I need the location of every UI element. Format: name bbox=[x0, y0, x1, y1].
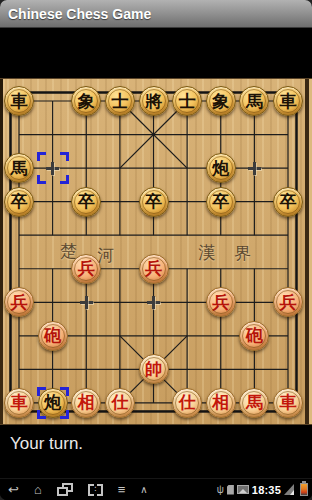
gallery-icon bbox=[237, 485, 249, 494]
point-marker-e6 bbox=[146, 295, 161, 310]
piece-black-soldier-e3[interactable]: 卒 bbox=[139, 187, 169, 217]
piece-red-elephant-g9[interactable]: 相 bbox=[206, 388, 236, 418]
piece-red-chariot-a9[interactable]: 車 bbox=[4, 388, 34, 418]
status-icons: ψ 18:35 bbox=[217, 483, 308, 496]
xiangqi-board[interactable]: 楚 河 漢 界 車象士將士象馬車馬炮卒卒卒卒卒兵兵兵兵兵砲砲帥車炮相仕仕相馬車 bbox=[0, 78, 312, 425]
piece-red-soldier-c5[interactable]: 兵 bbox=[71, 254, 101, 284]
game-status-bar: Your turn. bbox=[0, 426, 312, 478]
point-marker-c6 bbox=[79, 295, 94, 310]
turn-message: Your turn. bbox=[0, 426, 312, 454]
piece-black-elephant-g0[interactable]: 象 bbox=[206, 86, 236, 116]
piece-red-advisor-d9[interactable]: 仕 bbox=[105, 388, 135, 418]
board-right-edge-highlight bbox=[309, 79, 312, 424]
app-title-bar: Chinese Chess Game bbox=[0, 0, 312, 28]
piece-red-elephant-c9[interactable]: 相 bbox=[71, 388, 101, 418]
piece-black-advisor-d0[interactable]: 士 bbox=[105, 86, 135, 116]
piece-black-general-e0[interactable]: 將 bbox=[139, 86, 169, 116]
collapse-icon[interactable]: ∧ bbox=[140, 485, 147, 495]
signal-icon bbox=[284, 484, 296, 495]
recent-apps-icon[interactable] bbox=[57, 483, 73, 496]
phone-screen: Chinese Chess Game 楚 河 漢 界 車象士將士象馬車馬炮卒卒卒… bbox=[0, 0, 312, 500]
piece-black-horse-a2[interactable]: 馬 bbox=[4, 153, 34, 183]
home-icon[interactable]: ⌂ bbox=[34, 483, 42, 496]
storage-icon bbox=[227, 485, 234, 495]
board-left-edge-highlight bbox=[3, 79, 5, 424]
back-icon[interactable]: ↩ bbox=[8, 483, 19, 496]
river-text-han: 漢 bbox=[198, 241, 215, 264]
piece-black-advisor-f0[interactable]: 士 bbox=[172, 86, 202, 116]
piece-black-chariot-a0[interactable]: 車 bbox=[4, 86, 34, 116]
piece-red-soldier-e5[interactable]: 兵 bbox=[139, 254, 169, 284]
piece-black-chariot-i0[interactable]: 車 bbox=[273, 86, 303, 116]
piece-black-cannon-g2[interactable]: 炮 bbox=[206, 153, 236, 183]
last-move-marker-b9 bbox=[37, 387, 69, 419]
piece-black-soldier-c3[interactable]: 卒 bbox=[71, 187, 101, 217]
screenshot-icon[interactable]: ∶ bbox=[88, 484, 103, 496]
app-title: Chinese Chess Game bbox=[0, 6, 151, 22]
usb-icon: ψ bbox=[217, 485, 224, 495]
piece-red-soldier-g6[interactable]: 兵 bbox=[206, 287, 236, 317]
last-move-marker-b2 bbox=[37, 152, 69, 184]
piece-black-soldier-g3[interactable]: 卒 bbox=[206, 187, 236, 217]
battery-icon bbox=[300, 483, 308, 496]
clock: 18:35 bbox=[252, 484, 281, 496]
piece-black-soldier-i3[interactable]: 卒 bbox=[273, 187, 303, 217]
menu-icon[interactable]: ≡ bbox=[118, 483, 126, 496]
piece-red-chariot-i9[interactable]: 車 bbox=[273, 388, 303, 418]
piece-red-advisor-f9[interactable]: 仕 bbox=[172, 388, 202, 418]
piece-red-cannon-b7[interactable]: 砲 bbox=[38, 321, 68, 351]
nav-buttons: ↩ ⌂ ∶ ≡ ∧ bbox=[8, 483, 148, 496]
point-marker-h2 bbox=[247, 161, 262, 176]
river-text-jie: 界 bbox=[234, 242, 251, 265]
piece-red-general-e8[interactable]: 帥 bbox=[139, 354, 169, 384]
system-navigation-bar: ↩ ⌂ ∶ ≡ ∧ ψ 18:35 bbox=[0, 478, 312, 500]
piece-black-soldier-a3[interactable]: 卒 bbox=[4, 187, 34, 217]
